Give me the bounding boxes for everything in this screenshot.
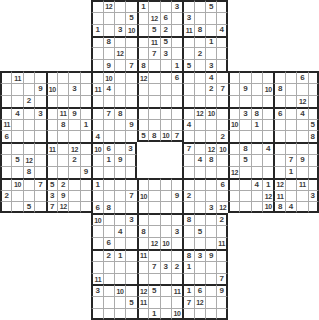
- given-cell-r16c5[interactable]: 9: [57, 190, 68, 202]
- given-cell-r16c23[interactable]: 12: [262, 190, 273, 202]
- empty-cell-r12c0[interactable]: [0, 142, 11, 154]
- given-cell-r10c11[interactable]: 9: [125, 119, 136, 131]
- given-cell-r21c18[interactable]: 9: [205, 249, 216, 261]
- given-cell-r2c19[interactable]: 4: [216, 24, 227, 36]
- empty-cell-r11c21[interactable]: [239, 130, 250, 142]
- empty-cell-r3c8[interactable]: [91, 36, 102, 48]
- empty-cell-r9c19[interactable]: [216, 107, 227, 119]
- empty-cell-r22c19[interactable]: [216, 261, 227, 273]
- empty-cell-r2c12[interactable]: [137, 24, 148, 36]
- given-cell-r9c17[interactable]: 12: [194, 107, 205, 119]
- empty-cell-r18c10[interactable]: [114, 213, 125, 225]
- empty-cell-r1c8[interactable]: [91, 12, 102, 24]
- given-cell-r19c15[interactable]: 3: [171, 225, 182, 237]
- empty-cell-r0c8[interactable]: [91, 0, 102, 12]
- given-cell-r13c26[interactable]: 9: [296, 154, 307, 166]
- empty-cell-r16c3[interactable]: [34, 190, 45, 202]
- empty-cell-r15c6[interactable]: [68, 178, 79, 190]
- empty-cell-r13c16[interactable]: [182, 154, 193, 166]
- given-cell-r6c12[interactable]: 12: [137, 71, 148, 83]
- given-cell-r8c26[interactable]: 12: [296, 95, 307, 107]
- empty-cell-r14c16[interactable]: [182, 166, 193, 178]
- empty-cell-r18c12[interactable]: [137, 213, 148, 225]
- empty-cell-r13c23[interactable]: [262, 154, 273, 166]
- empty-cell-r5c10[interactable]: [114, 59, 125, 71]
- given-cell-r2c11[interactable]: 10: [125, 24, 136, 36]
- given-cell-r16c16[interactable]: 2: [182, 190, 193, 202]
- empty-cell-r10c10[interactable]: [114, 119, 125, 131]
- given-cell-r7c3[interactable]: 9: [34, 83, 45, 95]
- given-cell-r25c16[interactable]: 7: [182, 296, 193, 308]
- empty-cell-r10c17[interactable]: [194, 119, 205, 131]
- given-cell-r12c23[interactable]: 4: [262, 142, 273, 154]
- given-cell-r15c23[interactable]: 1: [262, 178, 273, 190]
- empty-cell-r26c12[interactable]: [137, 308, 148, 320]
- given-cell-r5c9[interactable]: 9: [103, 59, 114, 71]
- given-cell-r15c1[interactable]: 10: [11, 178, 22, 190]
- empty-cell-r14c18[interactable]: [205, 166, 216, 178]
- empty-cell-r6c5[interactable]: [57, 71, 68, 83]
- given-cell-r10c16[interactable]: 4: [182, 119, 193, 131]
- empty-cell-r18c18[interactable]: [205, 213, 216, 225]
- empty-cell-r8c21[interactable]: [239, 95, 250, 107]
- empty-cell-r25c8[interactable]: [91, 296, 102, 308]
- empty-cell-r16c8[interactable]: [91, 190, 102, 202]
- empty-cell-r14c9[interactable]: [103, 166, 114, 178]
- empty-cell-r11c11[interactable]: [125, 130, 136, 142]
- empty-cell-r16c9[interactable]: [103, 190, 114, 202]
- empty-cell-r12c24[interactable]: [273, 142, 284, 154]
- given-cell-r12c21[interactable]: 8: [239, 142, 250, 154]
- empty-cell-r10c21[interactable]: [239, 119, 250, 131]
- empty-cell-r6c27[interactable]: [308, 71, 319, 83]
- empty-cell-r8c9[interactable]: [103, 95, 114, 107]
- empty-cell-r17c14[interactable]: [160, 201, 171, 213]
- given-cell-r3c13[interactable]: 11: [148, 36, 159, 48]
- empty-cell-r12c1[interactable]: [11, 142, 22, 154]
- given-cell-r3c9[interactable]: 8: [103, 36, 114, 48]
- given-cell-r13c17[interactable]: 4: [194, 154, 205, 166]
- empty-cell-r21c8[interactable]: [91, 249, 102, 261]
- empty-cell-r21c13[interactable]: [148, 249, 159, 261]
- given-cell-r1c13[interactable]: 12: [148, 12, 159, 24]
- empty-cell-r6c21[interactable]: [239, 71, 250, 83]
- given-cell-r7c23[interactable]: 10: [262, 83, 273, 95]
- empty-cell-r3c10[interactable]: [114, 36, 125, 48]
- empty-cell-r14c1[interactable]: [11, 166, 22, 178]
- empty-cell-r15c15[interactable]: [171, 178, 182, 190]
- given-cell-r24c15[interactable]: 11: [171, 284, 182, 296]
- empty-cell-r20c11[interactable]: [125, 237, 136, 249]
- given-cell-r13c9[interactable]: 1: [103, 154, 114, 166]
- empty-cell-r23c14[interactable]: [160, 273, 171, 285]
- empty-cell-r11c4[interactable]: [46, 130, 57, 142]
- given-cell-r3c14[interactable]: 5: [160, 36, 171, 48]
- empty-cell-r7c15[interactable]: [171, 83, 182, 95]
- given-cell-r18c16[interactable]: 8: [182, 213, 193, 225]
- empty-cell-r9c11[interactable]: [125, 107, 136, 119]
- given-cell-r15c8[interactable]: 1: [91, 178, 102, 190]
- given-cell-r7c9[interactable]: 4: [103, 83, 114, 95]
- given-cell-r15c19[interactable]: 6: [216, 178, 227, 190]
- empty-cell-r26c18[interactable]: [205, 308, 216, 320]
- given-cell-r7c18[interactable]: 2: [205, 83, 216, 95]
- given-cell-r24c17[interactable]: 6: [194, 284, 205, 296]
- empty-cell-r22c8[interactable]: [91, 261, 102, 273]
- empty-cell-r6c8[interactable]: [91, 71, 102, 83]
- given-cell-r16c11[interactable]: 7: [125, 190, 136, 202]
- given-cell-r2c13[interactable]: 5: [148, 24, 159, 36]
- empty-cell-r10c15[interactable]: [171, 119, 182, 131]
- empty-cell-r4c9[interactable]: [103, 47, 114, 59]
- given-cell-r16c4[interactable]: 3: [46, 190, 57, 202]
- given-cell-r9c5[interactable]: 11: [57, 107, 68, 119]
- given-cell-r25c11[interactable]: 5: [125, 296, 136, 308]
- given-cell-r2c10[interactable]: 3: [114, 24, 125, 36]
- empty-cell-r17c12[interactable]: [137, 201, 148, 213]
- given-cell-r23c19[interactable]: 7: [216, 273, 227, 285]
- given-cell-r17c25[interactable]: 4: [285, 201, 296, 213]
- empty-cell-r9c2[interactable]: [23, 107, 34, 119]
- empty-cell-r7c12[interactable]: [137, 83, 148, 95]
- empty-cell-r15c2[interactable]: [23, 178, 34, 190]
- empty-cell-r9c4[interactable]: [46, 107, 57, 119]
- empty-cell-r6c14[interactable]: [160, 71, 171, 83]
- empty-cell-r25c13[interactable]: [148, 296, 159, 308]
- empty-cell-r17c11[interactable]: [125, 201, 136, 213]
- empty-cell-r4c16[interactable]: [182, 47, 193, 59]
- empty-cell-r8c8[interactable]: [91, 95, 102, 107]
- given-cell-r6c26[interactable]: 6: [296, 71, 307, 83]
- empty-cell-r17c26[interactable]: [296, 201, 307, 213]
- given-cell-r7c24[interactable]: 8: [273, 83, 284, 95]
- empty-cell-r15c12[interactable]: [137, 178, 148, 190]
- given-cell-r15c3[interactable]: 7: [34, 178, 45, 190]
- empty-cell-r8c7[interactable]: [80, 95, 91, 107]
- empty-cell-r17c17[interactable]: [194, 201, 205, 213]
- given-cell-r12c19[interactable]: 10: [216, 142, 227, 154]
- given-cell-r22c16[interactable]: 1: [182, 261, 193, 273]
- given-cell-r13c2[interactable]: 12: [23, 154, 34, 166]
- given-cell-r4c13[interactable]: 7: [148, 47, 159, 59]
- given-cell-r5c15[interactable]: 1: [171, 59, 182, 71]
- empty-cell-r4c11[interactable]: [125, 47, 136, 59]
- empty-cell-r15c27[interactable]: [308, 178, 319, 190]
- empty-cell-r23c11[interactable]: [125, 273, 136, 285]
- empty-cell-r17c22[interactable]: [251, 201, 262, 213]
- empty-cell-r15c20[interactable]: [228, 178, 239, 190]
- empty-cell-r15c16[interactable]: [182, 178, 193, 190]
- empty-cell-r9c25[interactable]: [285, 107, 296, 119]
- given-cell-r19c12[interactable]: 8: [137, 225, 148, 237]
- empty-cell-r12c7[interactable]: [80, 142, 91, 154]
- empty-cell-r8c25[interactable]: [285, 95, 296, 107]
- empty-cell-r23c18[interactable]: [205, 273, 216, 285]
- given-cell-r14c25[interactable]: 1: [285, 166, 296, 178]
- empty-cell-r10c18[interactable]: [205, 119, 216, 131]
- empty-cell-r18c17[interactable]: [194, 213, 205, 225]
- given-cell-r17c18[interactable]: 3: [205, 201, 216, 213]
- empty-cell-r19c14[interactable]: [160, 225, 171, 237]
- given-cell-r21c16[interactable]: 8: [182, 249, 193, 261]
- given-cell-r17c8[interactable]: 6: [91, 201, 102, 213]
- empty-cell-r15c0[interactable]: [0, 178, 11, 190]
- given-cell-r12c18[interactable]: 12: [205, 142, 216, 154]
- empty-cell-r10c12[interactable]: [137, 119, 148, 131]
- empty-cell-r6c2[interactable]: [23, 71, 34, 83]
- empty-cell-r0c17[interactable]: [194, 0, 205, 12]
- empty-cell-r10c14[interactable]: [160, 119, 171, 131]
- empty-cell-r7c11[interactable]: [125, 83, 136, 95]
- empty-cell-r8c1[interactable]: [11, 95, 22, 107]
- given-cell-r22c14[interactable]: 3: [160, 261, 171, 273]
- empty-cell-r14c22[interactable]: [251, 166, 262, 178]
- empty-cell-r10c6[interactable]: [68, 119, 79, 131]
- given-cell-r24c16[interactable]: 1: [182, 284, 193, 296]
- empty-cell-r16c1[interactable]: [11, 190, 22, 202]
- given-cell-r9c22[interactable]: 8: [251, 107, 262, 119]
- empty-cell-r9c0[interactable]: [0, 107, 11, 119]
- empty-cell-r19c11[interactable]: [125, 225, 136, 237]
- empty-cell-r13c20[interactable]: [228, 154, 239, 166]
- empty-cell-r10c13[interactable]: [148, 119, 159, 131]
- given-cell-r11c19[interactable]: 2: [216, 130, 227, 142]
- given-cell-r16c0[interactable]: 2: [0, 190, 11, 202]
- given-cell-r20c13[interactable]: 12: [148, 237, 159, 249]
- empty-cell-r20c10[interactable]: [114, 237, 125, 249]
- given-cell-r0c12[interactable]: 1: [137, 0, 148, 12]
- given-cell-r10c27[interactable]: 5: [308, 119, 319, 131]
- empty-cell-r6c11[interactable]: [125, 71, 136, 83]
- empty-cell-r24c9[interactable]: [103, 284, 114, 296]
- given-cell-r16c12[interactable]: 10: [137, 190, 148, 202]
- empty-cell-r25c18[interactable]: [205, 296, 216, 308]
- empty-cell-r17c21[interactable]: [239, 201, 250, 213]
- given-cell-r7c8[interactable]: 11: [91, 83, 102, 95]
- empty-cell-r26c11[interactable]: [125, 308, 136, 320]
- empty-cell-r17c6[interactable]: [68, 201, 79, 213]
- empty-cell-r14c26[interactable]: [296, 166, 307, 178]
- empty-cell-r17c0[interactable]: [0, 201, 11, 213]
- given-cell-r10c0[interactable]: 11: [0, 119, 11, 131]
- empty-cell-r20c15[interactable]: [171, 237, 182, 249]
- empty-cell-r8c12[interactable]: [137, 95, 148, 107]
- given-cell-r21c12[interactable]: 11: [137, 249, 148, 261]
- empty-cell-r9c27[interactable]: [308, 107, 319, 119]
- empty-cell-r22c10[interactable]: [114, 261, 125, 273]
- empty-cell-r11c9[interactable]: [103, 130, 114, 142]
- given-cell-r18c19[interactable]: 2: [216, 213, 227, 225]
- empty-cell-r11c22[interactable]: [251, 130, 262, 142]
- given-cell-r20c9[interactable]: 6: [103, 237, 114, 249]
- empty-cell-r12c17[interactable]: [194, 142, 205, 154]
- empty-cell-r9c16[interactable]: [182, 107, 193, 119]
- empty-cell-r25c15[interactable]: [171, 296, 182, 308]
- empty-cell-r2c18[interactable]: [205, 24, 216, 36]
- empty-cell-r3c12[interactable]: [137, 36, 148, 48]
- empty-cell-r23c10[interactable]: [114, 273, 125, 285]
- given-cell-r15c22[interactable]: 4: [251, 178, 262, 190]
- empty-cell-r13c24[interactable]: [273, 154, 284, 166]
- given-cell-r11c8[interactable]: 4: [91, 130, 102, 142]
- empty-cell-r7c7[interactable]: [80, 83, 91, 95]
- given-cell-r9c6[interactable]: 9: [68, 107, 79, 119]
- given-cell-r5c12[interactable]: 8: [137, 59, 148, 71]
- given-cell-r21c9[interactable]: 2: [103, 249, 114, 261]
- empty-cell-r23c9[interactable]: [103, 273, 114, 285]
- empty-cell-r6c3[interactable]: [34, 71, 45, 83]
- empty-cell-r9c15[interactable]: [171, 107, 182, 119]
- empty-cell-r17c1[interactable]: [11, 201, 22, 213]
- empty-cell-r13c4[interactable]: [46, 154, 57, 166]
- empty-cell-r16c17[interactable]: [194, 190, 205, 202]
- empty-cell-r8c24[interactable]: [273, 95, 284, 107]
- empty-cell-r12c20[interactable]: [228, 142, 239, 154]
- empty-cell-r19c13[interactable]: [148, 225, 159, 237]
- given-cell-r4c14[interactable]: 3: [160, 47, 171, 59]
- given-cell-r9c1[interactable]: 4: [11, 107, 22, 119]
- empty-cell-r16c20[interactable]: [228, 190, 239, 202]
- given-cell-r6c1[interactable]: 11: [11, 71, 22, 83]
- given-cell-r11c0[interactable]: 6: [0, 130, 11, 142]
- empty-cell-r6c17[interactable]: [194, 71, 205, 83]
- given-cell-r1c16[interactable]: 3: [182, 12, 193, 24]
- given-cell-r17c4[interactable]: 7: [46, 201, 57, 213]
- empty-cell-r22c17[interactable]: [194, 261, 205, 273]
- empty-cell-r6c13[interactable]: [148, 71, 159, 83]
- given-cell-r14c20[interactable]: 12: [228, 166, 239, 178]
- empty-cell-r18c15[interactable]: [171, 213, 182, 225]
- empty-cell-r6c4[interactable]: [46, 71, 57, 83]
- empty-cell-r10c25[interactable]: [285, 119, 296, 131]
- empty-cell-r16c6[interactable]: [68, 190, 79, 202]
- empty-cell-r13c7[interactable]: [80, 154, 91, 166]
- given-cell-r9c24[interactable]: 6: [273, 107, 284, 119]
- given-cell-r15c4[interactable]: 5: [46, 178, 57, 190]
- empty-cell-r3c15[interactable]: [171, 36, 182, 48]
- empty-cell-r8c18[interactable]: [205, 95, 216, 107]
- given-cell-r17c24[interactable]: 8: [273, 201, 284, 213]
- empty-cell-r19c9[interactable]: [103, 225, 114, 237]
- empty-cell-r11c17[interactable]: [194, 130, 205, 142]
- empty-cell-r8c11[interactable]: [125, 95, 136, 107]
- empty-cell-r12c5[interactable]: [57, 142, 68, 154]
- empty-cell-r12c10[interactable]: [114, 142, 125, 154]
- empty-cell-r14c24[interactable]: [273, 166, 284, 178]
- empty-cell-r7c1[interactable]: [11, 83, 22, 95]
- given-cell-r12c11[interactable]: 3: [125, 142, 136, 154]
- empty-cell-r15c11[interactable]: [125, 178, 136, 190]
- given-cell-r25c12[interactable]: 11: [137, 296, 148, 308]
- given-cell-r9c26[interactable]: 4: [296, 107, 307, 119]
- empty-cell-r7c26[interactable]: [296, 83, 307, 95]
- empty-cell-r4c8[interactable]: [91, 47, 102, 59]
- given-cell-r7c21[interactable]: 9: [239, 83, 250, 95]
- empty-cell-r13c22[interactable]: [251, 154, 262, 166]
- empty-cell-r7c0[interactable]: [0, 83, 11, 95]
- given-cell-r17c2[interactable]: 5: [23, 201, 34, 213]
- empty-cell-r12c3[interactable]: [34, 142, 45, 154]
- empty-cell-r12c25[interactable]: [285, 142, 296, 154]
- given-cell-r11c15[interactable]: 7: [171, 130, 182, 142]
- empty-cell-r11c1[interactable]: [11, 130, 22, 142]
- empty-cell-r11c20[interactable]: [228, 130, 239, 142]
- empty-cell-r6c6[interactable]: [68, 71, 79, 83]
- empty-cell-r25c14[interactable]: [160, 296, 171, 308]
- empty-cell-r8c10[interactable]: [114, 95, 125, 107]
- given-cell-r9c10[interactable]: 8: [114, 107, 125, 119]
- empty-cell-r5c19[interactable]: [216, 59, 227, 71]
- empty-cell-r11c25[interactable]: [285, 130, 296, 142]
- given-cell-r19c10[interactable]: 4: [114, 225, 125, 237]
- given-cell-r2c14[interactable]: 2: [160, 24, 171, 36]
- empty-cell-r0c13[interactable]: [148, 0, 159, 12]
- empty-cell-r14c5[interactable]: [57, 166, 68, 178]
- empty-cell-r14c23[interactable]: [262, 166, 273, 178]
- empty-cell-r11c26[interactable]: [296, 130, 307, 142]
- given-cell-r15c24[interactable]: 12: [273, 178, 284, 190]
- given-cell-r10c5[interactable]: 8: [57, 119, 68, 131]
- empty-cell-r8c22[interactable]: [251, 95, 262, 107]
- empty-cell-r9c23[interactable]: [262, 107, 273, 119]
- given-cell-r7c6[interactable]: 3: [68, 83, 79, 95]
- empty-cell-r25c9[interactable]: [103, 296, 114, 308]
- empty-cell-r23c17[interactable]: [194, 273, 205, 285]
- given-cell-r12c9[interactable]: 6: [103, 142, 114, 154]
- given-cell-r16c24[interactable]: 11: [273, 190, 284, 202]
- given-cell-r3c18[interactable]: 1: [205, 36, 216, 48]
- empty-cell-r22c12[interactable]: [137, 261, 148, 273]
- empty-cell-r7c2[interactable]: [23, 83, 34, 95]
- empty-cell-r7c14[interactable]: [160, 83, 171, 95]
- given-cell-r10c22[interactable]: 1: [251, 119, 262, 131]
- given-cell-r17c23[interactable]: 10: [262, 201, 273, 213]
- empty-cell-r14c10[interactable]: [114, 166, 125, 178]
- given-cell-r10c20[interactable]: 10: [228, 119, 239, 131]
- empty-cell-r26c9[interactable]: [103, 308, 114, 320]
- empty-cell-r13c27[interactable]: [308, 154, 319, 166]
- empty-cell-r11c2[interactable]: [23, 130, 34, 142]
- empty-cell-r0c19[interactable]: [216, 0, 227, 12]
- empty-cell-r7c20[interactable]: [228, 83, 239, 95]
- empty-cell-r15c17[interactable]: [194, 178, 205, 190]
- empty-cell-r20c12[interactable]: [137, 237, 148, 249]
- empty-cell-r18c13[interactable]: [148, 213, 159, 225]
- given-cell-r0c18[interactable]: 5: [205, 0, 216, 12]
- given-cell-r1c14[interactable]: 6: [160, 12, 171, 24]
- given-cell-r21c10[interactable]: 1: [114, 249, 125, 261]
- empty-cell-r17c16[interactable]: [182, 201, 193, 213]
- given-cell-r2c8[interactable]: 1: [91, 24, 102, 36]
- given-cell-r24c13[interactable]: 5: [148, 284, 159, 296]
- empty-cell-r10c3[interactable]: [34, 119, 45, 131]
- given-cell-r2c17[interactable]: 8: [194, 24, 205, 36]
- empty-cell-r8c17[interactable]: [194, 95, 205, 107]
- empty-cell-r5c8[interactable]: [91, 59, 102, 71]
- given-cell-r12c6[interactable]: 12: [68, 142, 79, 154]
- given-cell-r20c19[interactable]: 11: [216, 237, 227, 249]
- given-cell-r22c13[interactable]: 7: [148, 261, 159, 273]
- empty-cell-r10c4[interactable]: [46, 119, 57, 131]
- given-cell-r25c17[interactable]: 12: [194, 296, 205, 308]
- empty-cell-r16c14[interactable]: [160, 190, 171, 202]
- empty-cell-r16c18[interactable]: [205, 190, 216, 202]
- empty-cell-r26c14[interactable]: [160, 308, 171, 320]
- empty-cell-r26c10[interactable]: [114, 308, 125, 320]
- empty-cell-r17c10[interactable]: [114, 201, 125, 213]
- empty-cell-r15c10[interactable]: [114, 178, 125, 190]
- empty-cell-r19c19[interactable]: [216, 225, 227, 237]
